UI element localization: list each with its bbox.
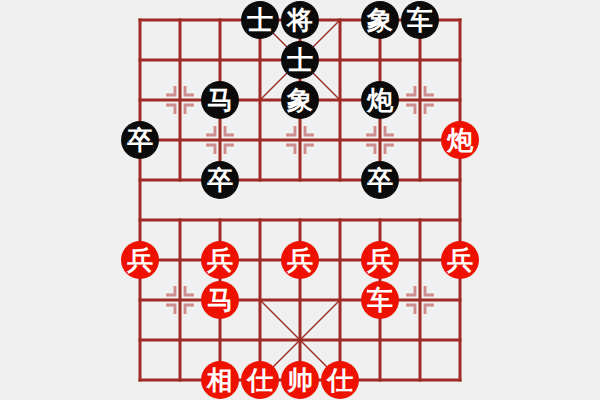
board-intersection: 炮: [360, 80, 400, 120]
piece-red-horse[interactable]: 马: [201, 281, 239, 319]
board-intersection: 象: [360, 0, 400, 40]
board-intersection: 相: [200, 360, 240, 400]
piece-red-soldier[interactable]: 兵: [361, 241, 399, 279]
piece-black-general[interactable]: 将: [281, 1, 319, 39]
piece-black-cannon[interactable]: 炮: [361, 81, 399, 119]
piece-black-soldier[interactable]: 卒: [121, 121, 159, 159]
board-intersection: 车: [400, 0, 440, 40]
board-intersection: 士: [240, 0, 280, 40]
piece-black-horse[interactable]: 马: [201, 81, 239, 119]
piece-red-soldier[interactable]: 兵: [201, 241, 239, 279]
piece-red-soldier[interactable]: 兵: [441, 241, 479, 279]
board-intersection: 将: [280, 0, 320, 40]
piece-black-elephant[interactable]: 象: [281, 81, 319, 119]
board-intersection: 兵: [280, 240, 320, 280]
piece-red-elephant[interactable]: 相: [201, 361, 239, 399]
piece-black-soldier[interactable]: 卒: [201, 161, 239, 199]
piece-red-cannon[interactable]: 炮: [441, 121, 479, 159]
board-intersection: 象: [280, 80, 320, 120]
piece-red-advisor[interactable]: 仕: [241, 361, 279, 399]
board-intersection: 卒: [120, 120, 160, 160]
board-intersection: 马: [200, 280, 240, 320]
piece-black-advisor[interactable]: 士: [241, 1, 279, 39]
board-intersection: 兵: [120, 240, 160, 280]
piece-black-advisor[interactable]: 士: [281, 41, 319, 79]
board-intersection: 兵: [200, 240, 240, 280]
piece-red-chariot[interactable]: 车: [361, 281, 399, 319]
piece-red-soldier[interactable]: 兵: [121, 241, 159, 279]
piece-red-soldier[interactable]: 兵: [281, 241, 319, 279]
piece-black-chariot[interactable]: 车: [401, 1, 439, 39]
piece-red-advisor[interactable]: 仕: [321, 361, 359, 399]
piece-black-elephant[interactable]: 象: [361, 1, 399, 39]
board-intersection: 仕: [320, 360, 360, 400]
xiangqi-screen: 士将象车士马象炮卒炮卒卒兵兵兵兵兵马车相仕帅仕: [0, 0, 600, 400]
board-intersection: 卒: [200, 160, 240, 200]
board-intersection: 车: [360, 280, 400, 320]
board-intersection: 马: [200, 80, 240, 120]
board-intersection: 兵: [440, 240, 480, 280]
board-intersection: 兵: [360, 240, 400, 280]
piece-red-general[interactable]: 帅: [281, 361, 319, 399]
board-intersection: 炮: [440, 120, 480, 160]
board-intersection: 仕: [240, 360, 280, 400]
board-intersection: 士: [280, 40, 320, 80]
piece-layer: 士将象车士马象炮卒炮卒卒兵兵兵兵兵马车相仕帅仕: [120, 0, 480, 400]
piece-black-soldier[interactable]: 卒: [361, 161, 399, 199]
board-intersection: 卒: [360, 160, 400, 200]
board-intersection: 帅: [280, 360, 320, 400]
